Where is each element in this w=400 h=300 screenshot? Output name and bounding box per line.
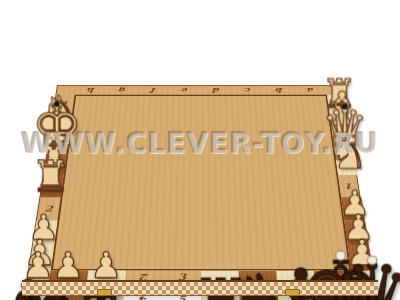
chess-board: hgfedcba1♜♞♝♚♛♝♞♜12♟♟♟♟♟♟♟♟2334455667♟♟♟… [26, 85, 374, 283]
hinge-right-icon [285, 289, 300, 296]
square-a1: ♜ [40, 175, 63, 197]
piece-white-knight: ♞ [311, 130, 385, 175]
file-label-top-c: c [232, 86, 264, 95]
piece-white-rook: ♜ [13, 154, 89, 197]
hinge-left-icon [97, 289, 112, 296]
file-label-top-g: g [106, 86, 138, 95]
box-edge [22, 280, 378, 296]
square-b1: ♞ [335, 154, 358, 175]
board-perspective-wrapper: hgfedcba1♜♞♝♚♛♝♞♜12♟♟♟♟♟♟♟♟2334455667♟♟♟… [26, 0, 374, 283]
file-label-top-b: b [263, 86, 295, 95]
file-label-top-d: d [201, 86, 233, 95]
file-label-top-e: e [169, 86, 201, 95]
chess-set-photo: hgfedcba1♜♞♝♚♛♝♞♜12♟♟♟♟♟♟♟♟2334455667♟♟♟… [0, 0, 400, 300]
board-grid: hgfedcba1♜♞♝♚♛♝♞♜12♟♟♟♟♟♟♟♟2334455667♟♟♟… [26, 85, 374, 283]
file-label-top-f: f [138, 86, 170, 95]
